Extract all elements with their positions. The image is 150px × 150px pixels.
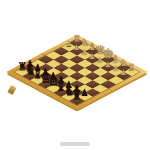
- watermark: [60, 142, 90, 146]
- product-photo: ♜♞♝♛♚♝♞♜♟♟♟♟♟♟♟♟♟♟♟♟♟♟♟♟♜♞♝♛♚♝♞♜: [0, 0, 150, 150]
- square-a8: ♜: [14, 68, 30, 76]
